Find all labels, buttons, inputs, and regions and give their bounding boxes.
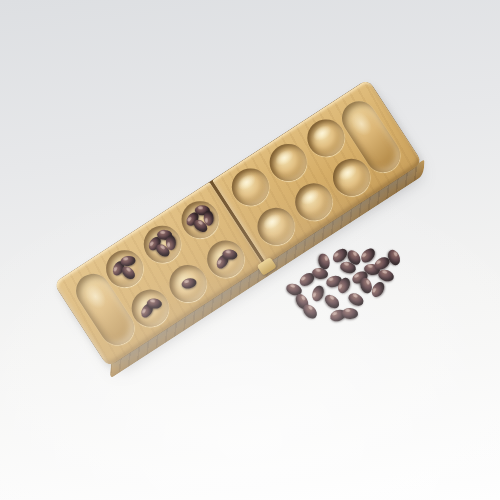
mancala-board	[54, 79, 423, 367]
pit-near-lower-middle[interactable]	[162, 258, 213, 309]
board-surface	[54, 79, 423, 367]
seed	[369, 280, 387, 299]
pit-far-lower-hinge-side[interactable]	[250, 201, 301, 252]
pit-far-lower-middle[interactable]	[288, 176, 339, 227]
seed	[310, 284, 326, 303]
pit-near-upper-middle[interactable]	[137, 219, 188, 270]
pit-near-upper-hinge-side[interactable]	[174, 194, 225, 245]
photo-background	[0, 0, 500, 500]
pit-far-upper-middle[interactable]	[263, 137, 314, 188]
seed	[346, 291, 365, 309]
seed	[180, 277, 197, 290]
seed	[322, 292, 341, 311]
pit-far-upper-hinge-side[interactable]	[225, 161, 276, 212]
pit-near-lower-hinge-side[interactable]	[200, 233, 251, 284]
